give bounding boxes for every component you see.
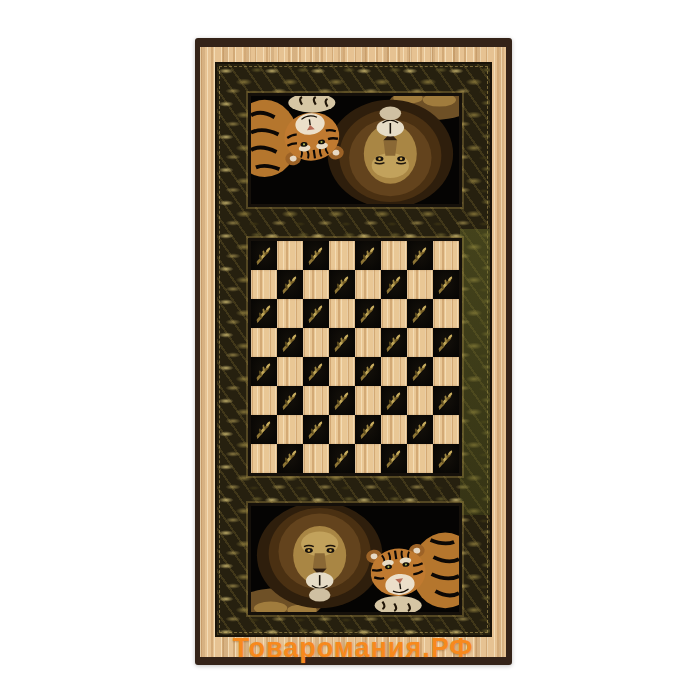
square-d6 [329, 299, 355, 328]
square-e7 [355, 270, 381, 299]
square-a2 [251, 415, 277, 444]
leaf-sprig-icon [384, 274, 405, 295]
leaf-sprig-icon [254, 361, 275, 382]
square-a3 [251, 386, 277, 415]
square-e6 [355, 299, 381, 328]
leaf-sprig-icon [436, 448, 457, 469]
square-b8 [277, 241, 303, 270]
leaf-sprig-icon [280, 332, 301, 353]
leaf-sprig-icon [332, 274, 353, 295]
square-d8 [329, 241, 355, 270]
leaf-sprig-icon [254, 245, 275, 266]
square-f5 [381, 328, 407, 357]
square-d1 [329, 444, 355, 473]
square-e5 [355, 328, 381, 357]
product-photo: Товаромания.РФ [0, 0, 700, 700]
bottom-picture-panel [248, 503, 462, 615]
leaf-sprig-icon [306, 303, 327, 324]
square-c2 [303, 415, 329, 444]
square-c7 [303, 270, 329, 299]
square-a5 [251, 328, 277, 357]
square-b5 [277, 328, 303, 357]
square-f4 [381, 357, 407, 386]
square-h3 [433, 386, 459, 415]
square-g4 [407, 357, 433, 386]
square-f3 [381, 386, 407, 415]
square-f2 [381, 415, 407, 444]
square-d3 [329, 386, 355, 415]
square-b6 [277, 299, 303, 328]
square-e3 [355, 386, 381, 415]
square-b4 [277, 357, 303, 386]
leaf-sprig-icon [358, 361, 379, 382]
square-f8 [381, 241, 407, 270]
square-d4 [329, 357, 355, 386]
square-c3 [303, 386, 329, 415]
square-e1 [355, 444, 381, 473]
frame-olive-tint [460, 229, 490, 515]
leaf-sprig-icon [410, 419, 431, 440]
square-b7 [277, 270, 303, 299]
leaf-sprig-icon [306, 245, 327, 266]
leaf-sprig-icon [332, 448, 353, 469]
leaf-sprig-icon [306, 361, 327, 382]
watermark-text: Товаромания.РФ [233, 633, 474, 664]
square-d7 [329, 270, 355, 299]
leaf-sprig-icon [436, 332, 457, 353]
square-g8 [407, 241, 433, 270]
leaf-sprig-icon [410, 303, 431, 324]
square-h7 [433, 270, 459, 299]
square-f7 [381, 270, 407, 299]
leaf-sprig-icon [358, 419, 379, 440]
square-c5 [303, 328, 329, 357]
leaf-sprig-icon [436, 390, 457, 411]
square-a8 [251, 241, 277, 270]
square-b2 [277, 415, 303, 444]
tiger-lion-picture-upside-down [251, 96, 459, 204]
lion-tiger-scene [251, 96, 459, 204]
square-d5 [329, 328, 355, 357]
leaf-sprig-icon [384, 332, 405, 353]
square-h6 [433, 299, 459, 328]
leaf-sprig-icon [280, 390, 301, 411]
square-a1 [251, 444, 277, 473]
square-g3 [407, 386, 433, 415]
leaf-sprig-icon [332, 390, 353, 411]
leaf-sprig-icon [254, 303, 275, 324]
square-f1 [381, 444, 407, 473]
square-h2 [433, 415, 459, 444]
square-c8 [303, 241, 329, 270]
square-g7 [407, 270, 433, 299]
square-g5 [407, 328, 433, 357]
checkerboard-window [248, 238, 462, 476]
leaf-sprig-icon [436, 274, 457, 295]
square-g2 [407, 415, 433, 444]
lion-tiger-scene [251, 506, 459, 612]
square-e2 [355, 415, 381, 444]
top-picture-panel [248, 93, 462, 207]
square-g6 [407, 299, 433, 328]
leaf-sprig-icon [254, 419, 275, 440]
checkerboard [251, 241, 459, 473]
square-a6 [251, 299, 277, 328]
square-h4 [433, 357, 459, 386]
leaf-sprig-icon [410, 245, 431, 266]
leaf-sprig-icon [358, 303, 379, 324]
square-f6 [381, 299, 407, 328]
leaf-sprig-icon [410, 361, 431, 382]
square-c6 [303, 299, 329, 328]
square-a7 [251, 270, 277, 299]
square-e8 [355, 241, 381, 270]
square-c4 [303, 357, 329, 386]
square-g1 [407, 444, 433, 473]
square-h5 [433, 328, 459, 357]
board-case [195, 38, 512, 665]
leaf-sprig-icon [384, 448, 405, 469]
leaf-sprig-icon [358, 245, 379, 266]
square-b3 [277, 386, 303, 415]
leaf-sprig-icon [280, 274, 301, 295]
carved-leaf-frame [215, 62, 492, 637]
leaf-sprig-icon [384, 390, 405, 411]
square-e4 [355, 357, 381, 386]
square-h1 [433, 444, 459, 473]
leaf-sprig-icon [280, 448, 301, 469]
lion-tiger-picture [251, 506, 459, 612]
square-d2 [329, 415, 355, 444]
square-c1 [303, 444, 329, 473]
leaf-sprig-icon [332, 332, 353, 353]
square-b1 [277, 444, 303, 473]
square-h8 [433, 241, 459, 270]
wood-surface [200, 47, 506, 657]
leaf-sprig-icon [306, 419, 327, 440]
square-a4 [251, 357, 277, 386]
